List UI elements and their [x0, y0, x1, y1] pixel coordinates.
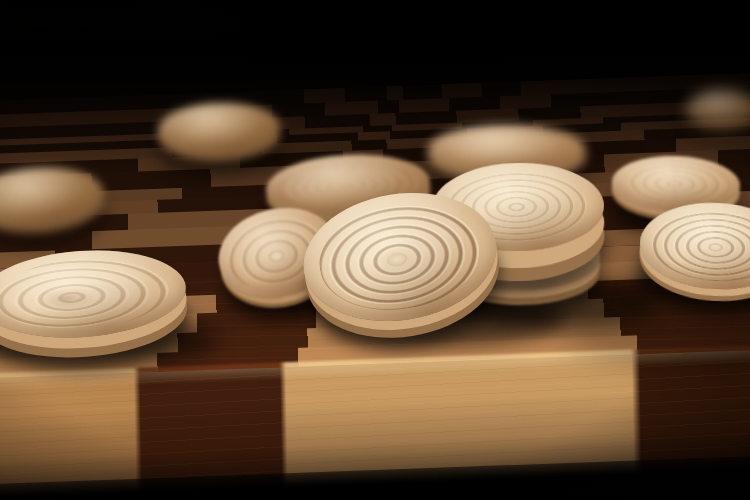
checker-back-right-glow[interactable]	[686, 90, 750, 130]
checkers-photo-scene	[0, 0, 750, 500]
